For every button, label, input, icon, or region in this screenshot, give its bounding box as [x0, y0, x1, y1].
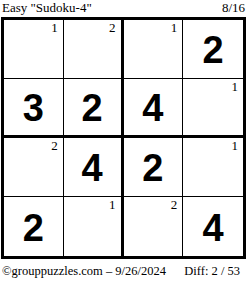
given-value: 2	[23, 209, 44, 247]
cell-r4c2[interactable]: 1	[64, 197, 124, 256]
cell-r3c2: 4	[64, 138, 124, 197]
step-number: 2	[51, 138, 58, 153]
footer: ©grouppuzzles.com – 9/26/2024 Diff: 2 / …	[2, 264, 245, 280]
cell-r1c3[interactable]: 1	[124, 20, 184, 79]
cell-r4c3[interactable]: 2	[124, 197, 184, 256]
step-number: 1	[109, 197, 116, 212]
cell-r1c1[interactable]: 1	[4, 20, 64, 79]
page-title: Easy "Sudoku-4"	[2, 0, 92, 15]
puzzle-page: Easy "Sudoku-4" 8/16 1 2 1 2 3 2 4 1 2 4…	[0, 0, 247, 282]
header: Easy "Sudoku-4" 8/16	[2, 0, 245, 16]
step-number: 1	[232, 138, 239, 153]
given-value: 2	[203, 31, 224, 69]
step-number: 1	[51, 20, 58, 35]
given-value: 2	[82, 89, 103, 127]
difficulty-text: Diff: 2 / 53	[184, 264, 245, 279]
cell-r3c1[interactable]: 2	[4, 138, 64, 197]
given-value: 2	[142, 149, 163, 187]
cell-r4c4: 4	[183, 197, 243, 256]
given-value: 4	[203, 209, 224, 247]
cell-r4c1: 2	[4, 197, 64, 256]
step-number: 1	[171, 20, 178, 35]
step-number: 1	[232, 79, 239, 94]
cell-r2c2: 2	[64, 79, 124, 138]
copyright-text: ©grouppuzzles.com – 9/26/2024	[2, 264, 166, 279]
cell-r1c4: 2	[183, 20, 243, 79]
given-count: 8/16	[222, 0, 245, 15]
step-number: 2	[171, 197, 178, 212]
given-value: 4	[82, 149, 103, 187]
cell-r3c3: 2	[124, 138, 184, 197]
step-number: 2	[109, 20, 116, 35]
puzzle-title: Easy "Sudoku-4"	[2, 0, 92, 15]
cell-r2c1: 3	[4, 79, 64, 138]
cell-r2c4[interactable]: 1	[183, 79, 243, 138]
cell-r3c4[interactable]: 1	[183, 138, 243, 197]
given-value: 4	[142, 89, 163, 127]
cell-r2c3: 4	[124, 79, 184, 138]
sudoku-grid: 1 2 1 2 3 2 4 1 2 4 2 1 2 1 2 4	[1, 17, 246, 259]
given-value: 3	[23, 89, 44, 127]
cell-r1c2[interactable]: 2	[64, 20, 124, 79]
